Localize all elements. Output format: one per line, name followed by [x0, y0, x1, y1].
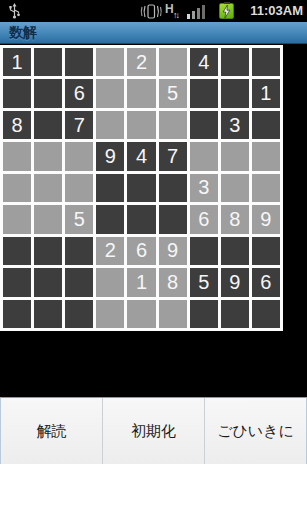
cell-r2c2[interactable] — [34, 79, 62, 107]
cell-r2c9[interactable]: 1 — [252, 79, 280, 107]
cell-r7c4[interactable]: 2 — [96, 237, 124, 265]
board-area: 1246518739473568926918596 — [0, 44, 307, 397]
cell-r6c3[interactable]: 5 — [65, 205, 93, 233]
cell-r7c2[interactable] — [34, 237, 62, 265]
cell-r8c3[interactable] — [65, 268, 93, 296]
cell-r6c6[interactable] — [159, 205, 187, 233]
cell-r3c4[interactable] — [96, 111, 124, 139]
cell-r3c1[interactable]: 8 — [3, 111, 31, 139]
cell-r1c7[interactable]: 4 — [190, 48, 218, 76]
cell-r8c2[interactable] — [34, 268, 62, 296]
cell-r4c7[interactable] — [190, 142, 218, 170]
cell-r3c5[interactable] — [127, 111, 155, 139]
cell-r1c9[interactable] — [252, 48, 280, 76]
vibrate-icon — [139, 4, 163, 19]
cell-r2c1[interactable] — [3, 79, 31, 107]
cell-r8c1[interactable] — [3, 268, 31, 296]
cell-r9c4[interactable] — [96, 300, 124, 328]
solve-button[interactable]: 解読 — [1, 398, 102, 464]
cell-r9c7[interactable] — [190, 300, 218, 328]
cell-r5c9[interactable] — [252, 174, 280, 202]
favorite-button[interactable]: ごひいきに — [204, 398, 306, 464]
cell-r1c8[interactable] — [221, 48, 249, 76]
usb-icon — [8, 3, 21, 19]
cell-r8c6[interactable]: 8 — [159, 268, 187, 296]
hspa-arrows-icon: ↑↓ — [173, 10, 178, 20]
cell-r2c7[interactable] — [190, 79, 218, 107]
cell-r9c9[interactable] — [252, 300, 280, 328]
cell-r8c5[interactable]: 1 — [127, 268, 155, 296]
cell-r7c5[interactable]: 6 — [127, 237, 155, 265]
cell-r7c7[interactable] — [190, 237, 218, 265]
cell-r9c5[interactable] — [127, 300, 155, 328]
cell-r5c6[interactable] — [159, 174, 187, 202]
cell-r7c3[interactable] — [65, 237, 93, 265]
cell-r9c1[interactable] — [3, 300, 31, 328]
cell-r4c5[interactable]: 4 — [127, 142, 155, 170]
cell-r3c6[interactable] — [159, 111, 187, 139]
cell-r6c5[interactable] — [127, 205, 155, 233]
cell-r1c6[interactable] — [159, 48, 187, 76]
cell-r3c7[interactable] — [190, 111, 218, 139]
reset-button[interactable]: 初期化 — [102, 398, 204, 464]
cell-r3c8[interactable]: 3 — [221, 111, 249, 139]
cell-r6c7[interactable]: 6 — [190, 205, 218, 233]
cell-r1c5[interactable]: 2 — [127, 48, 155, 76]
cell-r5c1[interactable] — [3, 174, 31, 202]
cell-r2c3[interactable]: 6 — [65, 79, 93, 107]
cell-r9c3[interactable] — [65, 300, 93, 328]
cell-r4c6[interactable]: 7 — [159, 142, 187, 170]
cell-r4c8[interactable] — [221, 142, 249, 170]
cell-r6c8[interactable]: 8 — [221, 205, 249, 233]
signal-strength-icon — [187, 4, 205, 19]
cell-r5c4[interactable] — [96, 174, 124, 202]
cell-r4c3[interactable] — [65, 142, 93, 170]
cell-r3c2[interactable] — [34, 111, 62, 139]
cell-r2c8[interactable] — [221, 79, 249, 107]
cell-r9c6[interactable] — [159, 300, 187, 328]
cell-r5c7[interactable]: 3 — [190, 174, 218, 202]
cell-r6c2[interactable] — [34, 205, 62, 233]
cell-r5c8[interactable] — [221, 174, 249, 202]
cell-r6c4[interactable] — [96, 205, 124, 233]
status-time: 11:03AM — [250, 0, 303, 22]
cell-r4c1[interactable] — [3, 142, 31, 170]
hspa-icon: H ↑↓ — [165, 3, 183, 20]
cell-r2c5[interactable] — [127, 79, 155, 107]
cell-r9c2[interactable] — [34, 300, 62, 328]
cell-r5c2[interactable] — [34, 174, 62, 202]
cell-r2c4[interactable] — [96, 79, 124, 107]
phone-screen: H ↑↓ 11:03AM 数解 124651873947356892691859… — [0, 0, 307, 512]
button-bar: 解読 初期化 ごひいきに — [0, 397, 307, 464]
cell-r4c9[interactable] — [252, 142, 280, 170]
sudoku-board: 1246518739473568926918596 — [0, 45, 283, 331]
cell-r7c1[interactable] — [3, 237, 31, 265]
app-title: 数解 — [0, 22, 307, 43]
cell-r4c4[interactable]: 9 — [96, 142, 124, 170]
cell-r6c9[interactable]: 9 — [252, 205, 280, 233]
cell-r3c3[interactable]: 7 — [65, 111, 93, 139]
cell-r1c3[interactable] — [65, 48, 93, 76]
cell-r1c1[interactable]: 1 — [3, 48, 31, 76]
cell-r8c7[interactable]: 5 — [190, 268, 218, 296]
cell-r7c6[interactable]: 9 — [159, 237, 187, 265]
cell-r8c8[interactable]: 9 — [221, 268, 249, 296]
cell-r4c2[interactable] — [34, 142, 62, 170]
cell-r8c4[interactable] — [96, 268, 124, 296]
cell-r8c9[interactable]: 6 — [252, 268, 280, 296]
cell-r7c8[interactable] — [221, 237, 249, 265]
cell-r1c4[interactable] — [96, 48, 124, 76]
battery-charging-icon — [219, 3, 234, 19]
cell-r5c3[interactable] — [65, 174, 93, 202]
cell-r2c6[interactable]: 5 — [159, 79, 187, 107]
cell-r3c9[interactable] — [252, 111, 280, 139]
status-bar: H ↑↓ 11:03AM — [0, 0, 307, 22]
cell-r5c5[interactable] — [127, 174, 155, 202]
cell-r9c8[interactable] — [221, 300, 249, 328]
cell-r6c1[interactable] — [3, 205, 31, 233]
cell-r7c9[interactable] — [252, 237, 280, 265]
lightning-bolt-icon — [222, 5, 231, 18]
cell-r1c2[interactable] — [34, 48, 62, 76]
title-bar: 数解 — [0, 22, 307, 44]
